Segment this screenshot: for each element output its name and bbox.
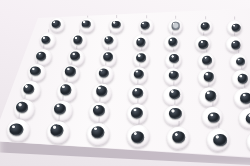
glint-highlight: [97, 87, 101, 90]
glint-highlight: [170, 71, 173, 74]
pupil: [90, 125, 104, 138]
pupil: [168, 38, 177, 46]
pupil: [30, 66, 41, 76]
googly-eye: [197, 52, 214, 69]
googly-eye: [232, 70, 250, 89]
pupil: [60, 84, 72, 95]
glint-highlight: [142, 22, 145, 24]
glint-highlight: [170, 90, 174, 93]
googly-eye: [163, 105, 185, 127]
pupil: [245, 112, 250, 123]
googly-eye-sheet: [0, 0, 250, 166]
googly-eye: [49, 18, 64, 33]
pupil: [213, 133, 227, 146]
glint-highlight: [137, 39, 140, 41]
glint-highlight: [75, 37, 78, 39]
googly-eye: [206, 128, 230, 152]
pupil: [200, 22, 209, 30]
pupil: [240, 93, 250, 104]
pupil: [41, 36, 50, 44]
pupil: [96, 86, 108, 97]
photo-scene: [0, 0, 250, 166]
glint-highlight: [43, 37, 46, 39]
pupil: [134, 69, 145, 79]
googly-eye: [130, 67, 149, 86]
glint-highlight: [206, 92, 210, 95]
pupil: [171, 131, 185, 144]
glint-highlight: [209, 112, 213, 115]
pupil: [203, 72, 214, 82]
pupil: [207, 111, 220, 122]
googly-eye: [46, 120, 70, 144]
googly-eye: [86, 122, 110, 146]
glint-highlight: [133, 132, 137, 136]
glint-highlight: [169, 39, 172, 41]
glint-highlight: [104, 53, 107, 56]
pupil: [70, 51, 80, 60]
googly-eye: [197, 20, 212, 35]
pupil: [132, 87, 144, 98]
glint-highlight: [56, 104, 60, 107]
pupil: [169, 70, 180, 80]
googly-eye: [166, 126, 190, 150]
googly-eye: [13, 99, 35, 121]
glint-highlight: [174, 132, 178, 136]
glint-highlight: [200, 41, 203, 43]
pupil: [15, 102, 28, 113]
googly-eye: [40, 33, 56, 49]
pupil: [136, 38, 145, 46]
pupil: [168, 108, 181, 119]
pupil: [49, 124, 63, 137]
pupil: [36, 51, 46, 60]
glint-highlight: [137, 54, 140, 57]
pupil: [51, 20, 60, 28]
glint-highlight: [202, 23, 205, 25]
glint-highlight: [37, 52, 40, 55]
googly-eye: [67, 49, 84, 66]
googly-eye: [238, 108, 250, 130]
glint-highlight: [239, 75, 242, 78]
googly-eye: [71, 34, 87, 50]
pupil: [169, 54, 179, 63]
pupil: [204, 91, 216, 102]
pupil: [231, 23, 240, 31]
pupil: [54, 103, 67, 114]
googly-eye: [226, 37, 242, 53]
pupil: [111, 20, 120, 28]
glint-highlight: [100, 69, 103, 72]
glint-highlight: [17, 103, 21, 106]
pupil: [81, 20, 90, 28]
googly-eye: [132, 51, 149, 68]
glint-highlight: [112, 21, 115, 23]
googly-eye: [167, 19, 182, 34]
googly-eye: [51, 100, 73, 122]
googly-eye: [62, 65, 81, 84]
googly-eye: [6, 119, 30, 143]
glint-highlight: [215, 135, 219, 139]
pupil: [104, 36, 113, 44]
glint-highlight: [32, 67, 35, 70]
glint-highlight: [232, 42, 235, 44]
glint-highlight: [71, 52, 74, 55]
googly-eye: [163, 86, 184, 107]
pupil: [199, 40, 208, 48]
pupil: [73, 36, 82, 44]
pupil: [140, 21, 149, 29]
googly-eye: [125, 103, 147, 125]
pupil: [169, 89, 181, 100]
glint-highlight: [106, 37, 109, 39]
glint-highlight: [134, 88, 138, 91]
glint-highlight: [135, 70, 138, 73]
pupil: [130, 107, 143, 118]
googly-eye: [198, 87, 219, 108]
glint-highlight: [203, 56, 206, 59]
googly-eye: [92, 83, 113, 104]
googly-eye: [246, 130, 250, 154]
glint-highlight: [232, 24, 235, 26]
glint-highlight: [11, 124, 15, 128]
glint-highlight: [247, 114, 250, 117]
glint-highlight: [172, 22, 175, 24]
googly-eye: [99, 50, 116, 67]
glint-highlight: [132, 108, 136, 111]
pupil: [130, 130, 144, 143]
pupil: [202, 55, 212, 64]
glint-highlight: [83, 21, 86, 23]
glint-highlight: [236, 58, 239, 61]
googly-eye: [229, 53, 246, 70]
googly-eye: [198, 69, 217, 88]
googly-eye: [79, 18, 94, 33]
googly-eye: [234, 88, 250, 109]
glint-highlight: [25, 85, 29, 88]
pupil: [9, 123, 23, 136]
googly-eye: [102, 34, 118, 50]
glint-highlight: [52, 20, 55, 22]
pupil: [231, 41, 240, 49]
googly-eye: [164, 35, 180, 51]
pupil: [23, 83, 35, 94]
pupil: [98, 68, 109, 78]
pupil: [92, 104, 105, 115]
pupil: [135, 53, 145, 62]
glint-highlight: [242, 94, 246, 97]
glint-highlight: [94, 105, 98, 108]
pupil: [65, 67, 76, 77]
glint-highlight: [170, 109, 174, 112]
googly-eye: [195, 36, 211, 52]
googly-eye: [126, 124, 150, 148]
glint-highlight: [170, 55, 173, 58]
glint-highlight: [67, 68, 70, 71]
glint-highlight: [51, 125, 55, 129]
glint-highlight: [61, 85, 65, 88]
glint-highlight: [205, 73, 208, 76]
pupil: [237, 74, 248, 84]
googly-eye: [96, 66, 115, 85]
pupil: [235, 57, 245, 66]
glint-highlight: [93, 127, 97, 131]
pupil: [103, 52, 113, 61]
pupil-flipped-icon: [171, 22, 180, 30]
